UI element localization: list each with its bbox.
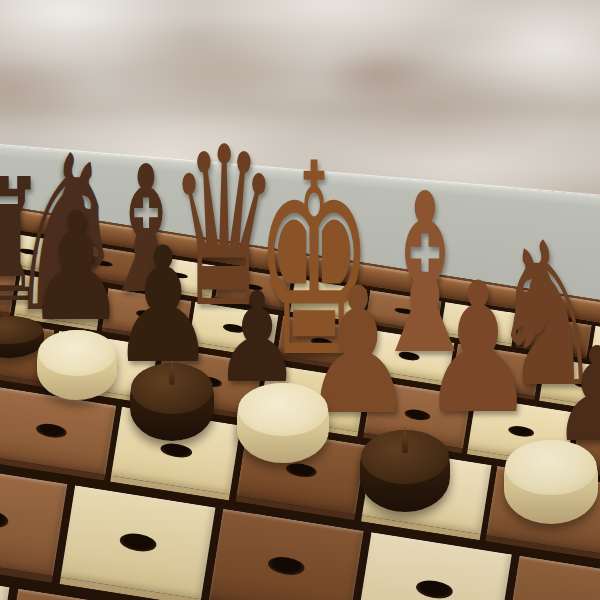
disc-peg bbox=[165, 360, 179, 385]
peg-hole bbox=[35, 422, 68, 440]
peg-hole bbox=[0, 507, 10, 530]
chess-piece-pawn[interactable]: ♟ bbox=[420, 259, 536, 439]
checker-disc-dark[interactable] bbox=[130, 363, 214, 441]
chess-piece-pawn[interactable]: ♟ bbox=[110, 226, 216, 386]
board-photo: ♜♞♟♝♟♛♟♚♟♝♟♞♟ bbox=[0, 0, 600, 600]
board-square[interactable] bbox=[60, 485, 216, 600]
board-square[interactable] bbox=[504, 556, 600, 600]
peg-hole bbox=[119, 531, 158, 554]
checker-disc-light[interactable] bbox=[37, 330, 117, 400]
checker-disc-dark[interactable] bbox=[360, 430, 450, 512]
disc-peg bbox=[397, 426, 412, 453]
checker-disc-light[interactable] bbox=[237, 383, 329, 463]
checker-disc-light[interactable] bbox=[504, 440, 598, 524]
peg-hole bbox=[267, 554, 306, 577]
board-square[interactable] bbox=[208, 509, 364, 600]
chess-piece-pawn[interactable]: ♟ bbox=[213, 275, 300, 400]
peg-hole bbox=[285, 461, 318, 479]
board-square[interactable] bbox=[356, 532, 512, 600]
peg-hole bbox=[160, 442, 193, 460]
board-square[interactable] bbox=[0, 462, 68, 583]
board-square[interactable] bbox=[0, 387, 116, 481]
peg-hole bbox=[415, 578, 454, 600]
